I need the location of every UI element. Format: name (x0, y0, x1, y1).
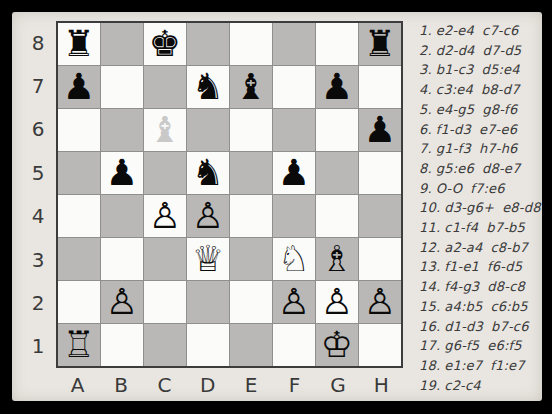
move-white: d2-d4 (436, 41, 475, 61)
move-number: 2. (419, 41, 432, 61)
square-g6[interactable] (316, 109, 358, 151)
piece-black-knight[interactable]: ♞ (192, 152, 224, 194)
file-label-b: B (99, 372, 142, 398)
square-b1[interactable] (101, 324, 143, 366)
square-c6[interactable]: ♝ (144, 109, 186, 151)
rank-label-3: 3 (24, 238, 52, 281)
move-row: 15.a4:b5c6:b5 (419, 297, 537, 317)
square-d2[interactable] (187, 281, 229, 323)
move-black: c6:b5 (490, 297, 527, 317)
square-h2[interactable]: ♙ (359, 281, 401, 323)
square-d5[interactable]: ♞ (187, 152, 229, 194)
move-row: 4.c3:e4b8-d7 (419, 80, 537, 100)
move-black: f7:e6 (470, 179, 505, 199)
move-white: f1-e1 (444, 257, 479, 277)
move-row: 7.g1-f3h7-h6 (419, 139, 537, 159)
piece-black-pawn[interactable]: ♟ (364, 109, 396, 151)
square-h8[interactable]: ♜ (359, 23, 401, 65)
square-d1[interactable] (187, 324, 229, 366)
square-g5[interactable] (316, 152, 358, 194)
move-number: 3. (419, 60, 432, 80)
square-f6[interactable] (273, 109, 315, 151)
move-number: 19. (419, 376, 440, 396)
move-black: e6:f5 (487, 336, 522, 356)
square-b4[interactable] (101, 195, 143, 237)
piece-white-pawn[interactable]: ♙ (364, 281, 396, 323)
square-e8[interactable] (230, 23, 272, 65)
piece-white-pawn[interactable]: ♙ (278, 281, 310, 323)
square-f2[interactable]: ♙ (273, 281, 315, 323)
square-b3[interactable] (101, 238, 143, 280)
move-black: c8-b7 (490, 238, 528, 258)
square-g4[interactable] (316, 195, 358, 237)
square-f7[interactable] (273, 66, 315, 108)
move-number: 9. (419, 179, 432, 199)
piece-black-pawn[interactable]: ♟ (278, 152, 310, 194)
square-g3[interactable]: ♗ (316, 238, 358, 280)
piece-black-rook[interactable]: ♜ (364, 23, 396, 65)
square-b8[interactable] (101, 23, 143, 65)
move-row: 6.f1-d3e7-e6 (419, 120, 537, 140)
square-h6[interactable]: ♟ (359, 109, 401, 151)
square-e5[interactable] (230, 152, 272, 194)
rank-label-6: 6 (24, 108, 52, 151)
square-b5[interactable]: ♟ (101, 152, 143, 194)
square-c8[interactable]: ♚ (144, 23, 186, 65)
rank-label-7: 7 (24, 64, 52, 107)
square-d7[interactable]: ♞ (187, 66, 229, 108)
move-number: 18. (419, 356, 440, 376)
square-d4[interactable]: ♙ (187, 195, 229, 237)
move-black: b8-d7 (481, 80, 520, 100)
piece-white-queen[interactable]: ♕ (192, 238, 224, 280)
square-c5[interactable] (144, 152, 186, 194)
move-row: 18.e1:e7f1:e7 (419, 356, 537, 376)
square-d6[interactable] (187, 109, 229, 151)
square-g8[interactable] (316, 23, 358, 65)
move-white: f4-g3 (444, 277, 479, 297)
move-black: f6-d5 (487, 257, 522, 277)
move-number: 6. (419, 120, 432, 140)
move-number: 10. (419, 198, 440, 218)
piece-black-pawn[interactable]: ♟ (63, 66, 95, 108)
file-label-h: H (360, 372, 403, 398)
square-a3[interactable] (58, 238, 100, 280)
move-white: c2-c4 (444, 376, 481, 396)
move-black: e7-e6 (479, 120, 517, 140)
move-black: d8-e7 (482, 159, 520, 179)
move-white: g1-f3 (436, 139, 471, 159)
move-number: 4. (419, 80, 432, 100)
move-number: 11. (419, 218, 440, 238)
move-white: c1-f4 (444, 218, 478, 238)
move-black: e8-d8 (502, 198, 540, 218)
move-row: 14.f4-g3d8-c8 (419, 277, 537, 297)
square-e6[interactable] (230, 109, 272, 151)
move-row: 8.g5:e6d8-e7 (419, 159, 537, 179)
square-g2[interactable]: ♙ (316, 281, 358, 323)
file-label-e: E (230, 372, 273, 398)
move-white: g6-f5 (444, 336, 479, 356)
move-number: 1. (419, 21, 432, 41)
move-white: a4:b5 (444, 297, 482, 317)
move-white: b1-c3 (436, 60, 474, 80)
move-row: 12.a2-a4c8-b7 (419, 238, 537, 258)
square-d3[interactable]: ♕ (187, 238, 229, 280)
piece-black-pawn[interactable]: ♟ (106, 152, 138, 194)
square-f4[interactable] (273, 195, 315, 237)
piece-white-pawn[interactable]: ♙ (192, 195, 224, 237)
move-white: e1:e7 (444, 356, 482, 376)
square-h4[interactable] (359, 195, 401, 237)
piece-black-king[interactable]: ♚ (149, 23, 181, 65)
move-black: c7-c6 (482, 21, 519, 41)
square-a6[interactable] (58, 109, 100, 151)
move-row: 11.c1-f4b7-b5 (419, 218, 537, 238)
move-row: 2.d2-d4d7-d5 (419, 41, 537, 61)
move-number: 17. (419, 336, 440, 356)
move-number: 15. (419, 297, 440, 317)
rank-label-2: 2 (24, 281, 52, 324)
square-h3[interactable] (359, 238, 401, 280)
rank-label-4: 4 (24, 195, 52, 238)
piece-white-pawn[interactable]: ♙ (149, 195, 181, 237)
file-label-f: F (273, 372, 316, 398)
square-f3[interactable]: ♘ (273, 238, 315, 280)
piece-black-bishop[interactable]: ♝ (235, 66, 267, 108)
move-row: 3.b1-c3d5:e4 (419, 60, 537, 80)
file-labels: ABCDEFGH (56, 372, 403, 398)
move-white: O-O (436, 179, 462, 199)
move-black: g8-f6 (482, 100, 517, 120)
move-white: d1-d3 (444, 317, 483, 337)
move-number: 12. (419, 238, 440, 258)
piece-black-rook[interactable]: ♜ (63, 23, 95, 65)
move-black: d5:e4 (481, 60, 519, 80)
rank-labels: 87654321 (24, 21, 52, 368)
square-h5[interactable] (359, 152, 401, 194)
move-black: f1:e7 (490, 356, 525, 376)
square-c7[interactable] (144, 66, 186, 108)
rank-label-8: 8 (24, 21, 52, 64)
piece-white-rook[interactable]: ♖ (63, 324, 95, 366)
square-b2[interactable]: ♙ (101, 281, 143, 323)
square-c3[interactable] (144, 238, 186, 280)
move-list: 1.e2-e4c7-c62.d2-d4d7-d53.b1-c3d5:e44.c3… (419, 21, 537, 395)
square-h7[interactable] (359, 66, 401, 108)
rank-label-5: 5 (24, 151, 52, 194)
square-e2[interactable] (230, 281, 272, 323)
square-a7[interactable]: ♟ (58, 66, 100, 108)
square-f1[interactable] (273, 324, 315, 366)
move-row: 9.O-Of7:e6 (419, 179, 537, 199)
piece-white-bishop[interactable]: ♗ (321, 238, 353, 280)
move-black: b7-c6 (491, 317, 529, 337)
file-label-c: C (143, 372, 186, 398)
move-white: f1-d3 (436, 120, 471, 140)
piece-white-pawn[interactable]: ♙ (321, 281, 353, 323)
square-e7[interactable]: ♝ (230, 66, 272, 108)
square-g7[interactable]: ♟ (316, 66, 358, 108)
file-label-d: D (186, 372, 229, 398)
square-d8[interactable] (187, 23, 229, 65)
piece-white-pawn[interactable]: ♙ (106, 281, 138, 323)
move-white: c3:e4 (436, 80, 473, 100)
move-row: 5.e4-g5g8-f6 (419, 100, 537, 120)
move-black: h7-h6 (479, 139, 518, 159)
square-g1[interactable]: ♔ (316, 324, 358, 366)
square-c4[interactable]: ♙ (144, 195, 186, 237)
move-row: 1.e2-e4c7-c6 (419, 21, 537, 41)
move-white: d3-g6+ (444, 198, 494, 218)
square-a5[interactable] (58, 152, 100, 194)
square-e1[interactable] (230, 324, 272, 366)
chess-board[interactable]: ♜♚♜♟♞♝♟♝♟♟♞♟♙♙♕♘♗♙♙♙♙♖♔ (56, 21, 403, 368)
square-e4[interactable] (230, 195, 272, 237)
file-label-a: A (56, 372, 99, 398)
move-white: g5:e6 (436, 159, 474, 179)
square-b7[interactable] (101, 66, 143, 108)
rank-label-1: 1 (24, 325, 52, 368)
piece-white-knight[interactable]: ♘ (278, 238, 310, 280)
move-number: 14. (419, 277, 440, 297)
square-c1[interactable] (144, 324, 186, 366)
square-c2[interactable] (144, 281, 186, 323)
square-e3[interactable] (230, 238, 272, 280)
piece-black-bishop[interactable]: ♝ (149, 109, 181, 151)
square-f8[interactable] (273, 23, 315, 65)
move-row: 16.d1-d3b7-c6 (419, 317, 537, 337)
square-a8[interactable]: ♜ (58, 23, 100, 65)
square-f5[interactable]: ♟ (273, 152, 315, 194)
move-row: 19.c2-c4 (419, 376, 537, 396)
file-label-g: G (316, 372, 359, 398)
move-number: 8. (419, 159, 432, 179)
piece-black-pawn[interactable]: ♟ (321, 66, 353, 108)
move-row: 13.f1-e1f6-d5 (419, 257, 537, 277)
move-white: e2-e4 (436, 21, 474, 41)
move-number: 5. (419, 100, 432, 120)
move-number: 16. (419, 317, 440, 337)
move-black: b7-b5 (486, 218, 525, 238)
piece-black-knight[interactable]: ♞ (192, 66, 224, 108)
piece-white-king[interactable]: ♔ (321, 324, 353, 366)
square-b6[interactable] (101, 109, 143, 151)
square-a1[interactable]: ♖ (58, 324, 100, 366)
move-row: 10.d3-g6+e8-d8 (419, 198, 537, 218)
move-white: a2-a4 (444, 238, 482, 258)
move-black: d8-c8 (487, 277, 525, 297)
square-a4[interactable] (58, 195, 100, 237)
move-number: 7. (419, 139, 432, 159)
move-white: e4-g5 (436, 100, 474, 120)
move-black: d7-d5 (483, 41, 522, 61)
square-a2[interactable] (58, 281, 100, 323)
paper-page: 87654321 ♜♚♜♟♞♝♟♝♟♟♞♟♙♙♕♘♗♙♙♙♙♖♔ ABCDEFG… (12, 12, 542, 401)
square-h1[interactable] (359, 324, 401, 366)
move-number: 13. (419, 257, 440, 277)
move-row: 17.g6-f5e6:f5 (419, 336, 537, 356)
